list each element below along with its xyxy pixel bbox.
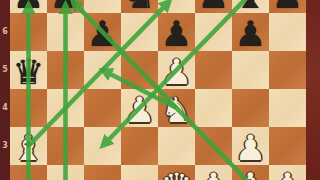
piece-black-pawn-g6[interactable]: ♟	[232, 15, 269, 53]
piece-black-pawn-f7[interactable]: ♟	[195, 0, 232, 15]
square-c4[interactable]	[84, 89, 121, 127]
piece-white-pawn-d4[interactable]: ♟	[121, 91, 158, 129]
piece-black-pawn-c6[interactable]: ♟	[84, 15, 121, 53]
piece-black-pawn-a7[interactable]: ♟	[10, 0, 47, 15]
square-b6[interactable]	[47, 13, 84, 51]
piece-white-bishop-g2[interactable]: ♝	[232, 167, 269, 180]
square-b3[interactable]	[47, 127, 84, 165]
chess-thumbnail: ♟♟♞♟♝♟♟♟♟♛♟♟♞♝♟♛♟♝♟ 6543	[0, 0, 320, 180]
square-d6[interactable]	[121, 13, 158, 51]
piece-black-knight-d7[interactable]: ♞	[121, 0, 158, 15]
square-f3[interactable]	[195, 127, 232, 165]
square-h4[interactable]	[269, 89, 306, 127]
piece-black-bishop-g7[interactable]: ♝	[232, 0, 269, 15]
piece-black-pawn-e6[interactable]: ♟	[158, 15, 195, 53]
square-c5[interactable]	[84, 51, 121, 89]
square-h5[interactable]	[269, 51, 306, 89]
square-d3[interactable]	[121, 127, 158, 165]
piece-white-pawn-g3[interactable]: ♟	[232, 129, 269, 167]
square-c3[interactable]	[84, 127, 121, 165]
piece-white-pawn-h2[interactable]: ♟	[269, 167, 306, 180]
square-b4[interactable]	[47, 89, 84, 127]
square-c2[interactable]	[84, 165, 121, 180]
square-h3[interactable]	[269, 127, 306, 165]
board-right-border	[306, 0, 320, 180]
piece-black-pawn-b7[interactable]: ♟	[47, 0, 84, 15]
rank-label-3: 3	[0, 141, 10, 150]
square-c7[interactable]	[84, 0, 121, 13]
piece-white-queen-e2[interactable]: ♛	[158, 167, 195, 180]
chess-board: ♟♟♞♟♝♟♟♟♟♛♟♟♞♝♟♛♟♝♟	[10, 0, 306, 180]
square-a6[interactable]	[10, 13, 47, 51]
rank-label-6: 6	[0, 27, 10, 36]
piece-black-pawn-h7[interactable]: ♟	[269, 0, 306, 15]
square-b2[interactable]	[47, 165, 84, 180]
square-f6[interactable]	[195, 13, 232, 51]
square-e7[interactable]	[158, 0, 195, 13]
piece-white-bishop-a3[interactable]: ♝	[10, 129, 47, 167]
piece-white-pawn-e5[interactable]: ♟	[158, 53, 195, 91]
square-g5[interactable]	[232, 51, 269, 89]
rank-label-4: 4	[0, 103, 10, 112]
square-b5[interactable]	[47, 51, 84, 89]
square-f5[interactable]	[195, 51, 232, 89]
piece-white-knight-e4[interactable]: ♞	[158, 91, 195, 129]
square-f4[interactable]	[195, 89, 232, 127]
piece-white-pawn-f2[interactable]: ♟	[195, 167, 232, 180]
square-d5[interactable]	[121, 51, 158, 89]
square-h6[interactable]	[269, 13, 306, 51]
square-d2[interactable]	[121, 165, 158, 180]
square-a4[interactable]	[10, 89, 47, 127]
rank-label-5: 5	[0, 65, 10, 74]
square-g4[interactable]	[232, 89, 269, 127]
piece-black-queen-a5[interactable]: ♛	[10, 53, 47, 91]
square-e3[interactable]	[158, 127, 195, 165]
